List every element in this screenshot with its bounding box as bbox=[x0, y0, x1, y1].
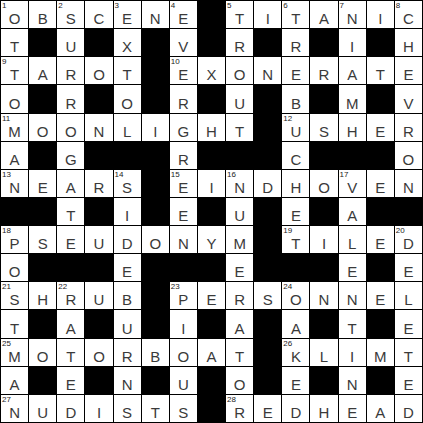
cell-letter: I bbox=[142, 123, 169, 140]
cell-letter: X bbox=[198, 66, 225, 83]
block-cell bbox=[310, 367, 337, 394]
clue-number: 23 bbox=[171, 282, 180, 291]
letter-cell[interactable]: 26K bbox=[282, 339, 309, 366]
block-cell bbox=[198, 367, 225, 394]
letter-cell[interactable]: I bbox=[254, 1, 281, 28]
cell-letter: N bbox=[1, 404, 28, 421]
letter-cell[interactable]: A bbox=[339, 57, 366, 84]
clue-number: 20 bbox=[396, 226, 405, 235]
letter-cell[interactable]: T bbox=[114, 57, 141, 84]
letter-cell[interactable]: O bbox=[1, 85, 28, 112]
block-cell bbox=[254, 310, 281, 337]
letter-cell[interactable]: I bbox=[170, 310, 197, 337]
letter-cell[interactable]: R bbox=[170, 85, 197, 112]
letter-cell[interactable]: 28R bbox=[226, 395, 253, 422]
block-cell bbox=[142, 85, 169, 112]
letter-cell[interactable]: O bbox=[310, 170, 337, 197]
cell-letter: E bbox=[367, 235, 394, 252]
letter-cell[interactable]: A bbox=[1, 367, 28, 394]
letter-cell[interactable]: G bbox=[57, 142, 84, 169]
letter-cell[interactable]: L bbox=[395, 282, 422, 309]
letter-cell[interactable]: I bbox=[339, 339, 366, 366]
letter-cell[interactable]: 11M bbox=[1, 114, 28, 141]
cell-letter: A bbox=[339, 66, 366, 83]
letter-cell[interactable]: 9T bbox=[1, 57, 28, 84]
letter-cell[interactable]: T bbox=[57, 198, 84, 225]
cell-letter: A bbox=[1, 151, 28, 168]
letter-cell[interactable]: A bbox=[57, 170, 84, 197]
cell-letter: U bbox=[57, 38, 84, 55]
letter-cell[interactable]: S bbox=[29, 226, 56, 253]
letter-cell[interactable]: N bbox=[254, 57, 281, 84]
letter-cell[interactable]: 19T bbox=[282, 226, 309, 253]
cell-letter: B bbox=[29, 10, 56, 27]
letter-cell[interactable]: R bbox=[57, 57, 84, 84]
letter-cell[interactable]: O bbox=[170, 339, 197, 366]
letter-cell[interactable]: X bbox=[198, 57, 225, 84]
clue-number: 11 bbox=[2, 114, 10, 123]
cell-letter: O bbox=[57, 123, 84, 140]
letter-cell[interactable]: Y bbox=[198, 226, 225, 253]
letter-cell[interactable]: T bbox=[142, 395, 169, 422]
cell-letter: H bbox=[339, 123, 366, 140]
cell-letter: G bbox=[57, 151, 84, 168]
letter-cell[interactable]: T bbox=[1, 29, 28, 56]
letter-cell[interactable]: E bbox=[367, 282, 394, 309]
cell-letter: R bbox=[57, 95, 84, 112]
letter-cell[interactable]: E bbox=[282, 57, 309, 84]
letter-cell[interactable]: 23P bbox=[170, 282, 197, 309]
letter-cell[interactable]: S bbox=[170, 395, 197, 422]
cell-letter: T bbox=[1, 38, 28, 55]
block-cell bbox=[142, 57, 169, 84]
letter-cell[interactable]: E bbox=[170, 198, 197, 225]
letter-cell[interactable]: H bbox=[339, 114, 366, 141]
cell-letter: A bbox=[310, 10, 337, 27]
letter-cell[interactable]: 2S bbox=[57, 1, 84, 28]
cell-letter: B bbox=[142, 348, 169, 365]
letter-cell[interactable]: N bbox=[310, 282, 337, 309]
clue-number: 16 bbox=[227, 170, 236, 179]
cell-letter: C bbox=[395, 10, 422, 27]
letter-cell[interactable]: T bbox=[367, 57, 394, 84]
letter-cell[interactable]: 15E bbox=[170, 170, 197, 197]
letter-cell[interactable]: E bbox=[367, 114, 394, 141]
cell-letter: A bbox=[367, 404, 394, 421]
letter-cell[interactable]: O bbox=[114, 85, 141, 112]
letter-cell[interactable]: A bbox=[226, 310, 253, 337]
letter-cell[interactable]: O bbox=[57, 114, 84, 141]
cell-letter: E bbox=[367, 291, 394, 308]
cell-letter: U bbox=[226, 207, 253, 224]
clue-number: 14 bbox=[115, 170, 124, 179]
cell-letter: A bbox=[282, 320, 309, 337]
block-cell bbox=[367, 85, 394, 112]
letter-cell[interactable]: R bbox=[226, 282, 253, 309]
block-cell bbox=[367, 310, 394, 337]
letter-cell[interactable]: N bbox=[339, 282, 366, 309]
block-cell bbox=[142, 367, 169, 394]
letter-cell[interactable]: H bbox=[198, 114, 225, 141]
letter-cell[interactable]: I bbox=[142, 114, 169, 141]
letter-cell[interactable]: E bbox=[395, 310, 422, 337]
cell-letter: A bbox=[198, 348, 225, 365]
letter-cell[interactable]: 16N bbox=[226, 170, 253, 197]
letter-cell[interactable]: A bbox=[367, 395, 394, 422]
letter-cell[interactable]: L bbox=[339, 226, 366, 253]
letter-cell[interactable]: E bbox=[114, 254, 141, 281]
letter-cell[interactable]: S bbox=[310, 114, 337, 141]
letter-cell[interactable]: D bbox=[57, 395, 84, 422]
block-cell bbox=[198, 395, 225, 422]
clue-number: 13 bbox=[2, 170, 11, 179]
letter-cell[interactable]: A bbox=[282, 310, 309, 337]
letter-cell[interactable]: O bbox=[226, 367, 253, 394]
letter-cell[interactable]: 8C bbox=[395, 1, 422, 28]
letter-cell[interactable]: B bbox=[282, 85, 309, 112]
block-cell bbox=[367, 198, 394, 225]
cell-letter: E bbox=[226, 263, 253, 280]
letter-cell[interactable]: 13N bbox=[1, 170, 28, 197]
block-cell bbox=[367, 254, 394, 281]
letter-cell[interactable]: E bbox=[367, 226, 394, 253]
letter-cell[interactable]: 4E bbox=[170, 1, 197, 28]
cell-letter: S bbox=[170, 404, 197, 421]
block-cell bbox=[142, 142, 169, 169]
letter-cell[interactable]: 20D bbox=[395, 226, 422, 253]
cell-letter: M bbox=[1, 348, 28, 365]
cell-letter: N bbox=[339, 291, 366, 308]
cell-letter: O bbox=[226, 376, 253, 393]
clue-number: 25 bbox=[2, 339, 11, 348]
cell-letter: U bbox=[226, 95, 253, 112]
letter-cell[interactable]: 6T bbox=[282, 1, 309, 28]
cell-letter: E bbox=[395, 320, 422, 337]
letter-cell[interactable]: U bbox=[114, 310, 141, 337]
letter-cell[interactable]: R bbox=[282, 29, 309, 56]
letter-cell[interactable]: E bbox=[226, 254, 253, 281]
letter-cell[interactable]: E bbox=[395, 57, 422, 84]
letter-cell[interactable]: T bbox=[226, 339, 253, 366]
letter-cell[interactable]: 12U bbox=[282, 114, 309, 141]
letter-cell[interactable]: R bbox=[114, 339, 141, 366]
clue-number: 6 bbox=[283, 1, 287, 10]
letter-cell[interactable]: R bbox=[395, 114, 422, 141]
cell-letter: B bbox=[282, 95, 309, 112]
letter-cell[interactable]: X bbox=[114, 29, 141, 56]
letter-cell[interactable]: U bbox=[85, 226, 112, 253]
cell-letter: N bbox=[339, 10, 366, 27]
block-cell bbox=[198, 142, 225, 169]
letter-cell[interactable]: T bbox=[395, 339, 422, 366]
letter-cell[interactable]: O bbox=[395, 142, 422, 169]
cell-letter: M bbox=[226, 235, 253, 252]
cell-letter: U bbox=[282, 123, 309, 140]
block-cell bbox=[29, 367, 56, 394]
letter-cell[interactable]: E bbox=[339, 254, 366, 281]
letter-cell[interactable]: E bbox=[198, 282, 225, 309]
cell-letter: U bbox=[29, 404, 56, 421]
clue-number: 4 bbox=[171, 1, 175, 10]
letter-cell[interactable]: C bbox=[85, 1, 112, 28]
letter-cell[interactable]: I bbox=[339, 29, 366, 56]
clue-number: 12 bbox=[283, 114, 292, 123]
block-cell bbox=[29, 29, 56, 56]
cell-letter: O bbox=[114, 95, 141, 112]
cell-letter: E bbox=[282, 66, 309, 83]
cell-letter: P bbox=[1, 235, 28, 252]
letter-cell[interactable]: 14S bbox=[114, 170, 141, 197]
letter-cell[interactable]: 24O bbox=[282, 282, 309, 309]
block-cell bbox=[29, 142, 56, 169]
block-cell bbox=[395, 198, 422, 225]
clue-number: 17 bbox=[340, 170, 349, 179]
cell-letter: V bbox=[170, 38, 197, 55]
block-cell bbox=[254, 339, 281, 366]
cell-letter: N bbox=[85, 123, 112, 140]
letter-cell[interactable]: E bbox=[339, 395, 366, 422]
cell-letter: R bbox=[57, 66, 84, 83]
letter-cell[interactable]: T bbox=[226, 114, 253, 141]
letter-cell[interactable]: 18P bbox=[1, 226, 28, 253]
block-cell bbox=[142, 198, 169, 225]
cell-letter: E bbox=[339, 404, 366, 421]
letter-cell[interactable]: E bbox=[395, 367, 422, 394]
letter-cell[interactable]: 7N bbox=[339, 1, 366, 28]
cell-letter: R bbox=[85, 179, 112, 196]
cell-letter: S bbox=[310, 123, 337, 140]
cell-letter: B bbox=[114, 291, 141, 308]
cell-letter: O bbox=[1, 95, 28, 112]
cell-letter: I bbox=[198, 179, 225, 196]
letter-cell[interactable]: D bbox=[254, 170, 281, 197]
letter-cell[interactable]: E bbox=[57, 367, 84, 394]
cell-letter: R bbox=[226, 291, 253, 308]
cell-letter: R bbox=[395, 123, 422, 140]
cell-letter: T bbox=[114, 66, 141, 83]
letter-cell[interactable]: H bbox=[282, 170, 309, 197]
letter-cell[interactable]: E bbox=[254, 395, 281, 422]
cell-letter: V bbox=[339, 179, 366, 196]
cell-letter: O bbox=[395, 151, 422, 168]
cell-letter: I bbox=[339, 38, 366, 55]
cell-letter: E bbox=[395, 376, 422, 393]
cell-letter: H bbox=[29, 291, 56, 308]
clue-number: 2 bbox=[58, 1, 62, 10]
cell-letter: E bbox=[367, 179, 394, 196]
letter-cell[interactable]: D bbox=[395, 395, 422, 422]
cell-letter: O bbox=[85, 66, 112, 83]
cell-letter: C bbox=[282, 151, 309, 168]
letter-cell[interactable]: 22R bbox=[57, 282, 84, 309]
letter-cell[interactable]: E bbox=[57, 226, 84, 253]
letter-cell[interactable]: R bbox=[57, 85, 84, 112]
letter-cell[interactable]: V bbox=[395, 85, 422, 112]
cell-letter: U bbox=[85, 235, 112, 252]
letter-cell[interactable]: S bbox=[114, 395, 141, 422]
letter-cell[interactable]: N bbox=[395, 170, 422, 197]
letter-cell[interactable]: A bbox=[339, 198, 366, 225]
letter-cell[interactable]: D bbox=[114, 226, 141, 253]
letter-cell[interactable]: N bbox=[85, 114, 112, 141]
cell-letter: X bbox=[114, 38, 141, 55]
letter-cell[interactable]: I bbox=[198, 170, 225, 197]
letter-cell[interactable]: R bbox=[170, 142, 197, 169]
letter-cell[interactable]: E bbox=[29, 170, 56, 197]
cell-letter: O bbox=[310, 179, 337, 196]
crossword-board: 1OB2SC3EN4E5TI6TA7NI8CTUXVRRIH9TAROT10EX… bbox=[0, 0, 423, 423]
letter-cell[interactable]: E bbox=[282, 367, 309, 394]
letter-cell[interactable]: A bbox=[57, 310, 84, 337]
letter-cell[interactable]: U bbox=[57, 29, 84, 56]
block-cell bbox=[198, 85, 225, 112]
cell-letter: T bbox=[339, 320, 366, 337]
letter-cell[interactable]: O bbox=[85, 339, 112, 366]
letter-cell[interactable]: L bbox=[310, 339, 337, 366]
block-cell bbox=[85, 142, 112, 169]
cell-letter: D bbox=[114, 235, 141, 252]
letter-cell[interactable]: 1O bbox=[1, 1, 28, 28]
letter-cell[interactable]: T bbox=[57, 339, 84, 366]
letter-cell[interactable]: 27N bbox=[1, 395, 28, 422]
letter-cell[interactable]: M bbox=[339, 85, 366, 112]
clue-number: 15 bbox=[171, 170, 180, 179]
block-cell bbox=[254, 114, 281, 141]
letter-cell[interactable]: 25M bbox=[1, 339, 28, 366]
block-cell bbox=[198, 29, 225, 56]
letter-cell[interactable]: M bbox=[226, 226, 253, 253]
cell-letter: I bbox=[310, 235, 337, 252]
letter-cell[interactable]: L bbox=[114, 114, 141, 141]
letter-cell[interactable]: 21S bbox=[1, 282, 28, 309]
cell-letter: O bbox=[29, 348, 56, 365]
letter-cell[interactable]: U bbox=[226, 198, 253, 225]
block-cell bbox=[85, 29, 112, 56]
cell-letter: S bbox=[57, 10, 84, 27]
cell-letter: U bbox=[85, 291, 112, 308]
block-cell bbox=[142, 282, 169, 309]
letter-cell[interactable]: N bbox=[339, 367, 366, 394]
letter-cell[interactable]: R bbox=[226, 29, 253, 56]
clue-number: 28 bbox=[227, 395, 236, 404]
letter-cell[interactable]: I bbox=[85, 395, 112, 422]
letter-cell[interactable]: A bbox=[310, 1, 337, 28]
letter-cell[interactable]: 10E bbox=[170, 57, 197, 84]
clue-number: 10 bbox=[171, 57, 180, 66]
letter-cell[interactable]: I bbox=[114, 198, 141, 225]
letter-cell[interactable]: O bbox=[1, 254, 28, 281]
letter-cell[interactable]: B bbox=[114, 282, 141, 309]
cell-letter: I bbox=[339, 348, 366, 365]
block-cell bbox=[170, 254, 197, 281]
cell-letter: A bbox=[1, 376, 28, 393]
cell-letter: G bbox=[170, 123, 197, 140]
letter-cell[interactable]: U bbox=[226, 85, 253, 112]
letter-cell[interactable]: C bbox=[282, 142, 309, 169]
cell-letter: T bbox=[395, 348, 422, 365]
letter-cell[interactable]: I bbox=[367, 1, 394, 28]
letter-cell[interactable]: O bbox=[226, 57, 253, 84]
letter-cell[interactable]: I bbox=[310, 226, 337, 253]
cell-letter: O bbox=[170, 348, 197, 365]
letter-cell[interactable]: T bbox=[339, 310, 366, 337]
letter-cell[interactable]: N bbox=[170, 226, 197, 253]
letter-cell[interactable]: 17V bbox=[339, 170, 366, 197]
cell-letter: T bbox=[226, 123, 253, 140]
cell-letter: E bbox=[29, 179, 56, 196]
cell-letter: L bbox=[339, 235, 366, 252]
letter-cell[interactable]: N bbox=[114, 367, 141, 394]
cell-letter: A bbox=[226, 320, 253, 337]
letter-cell[interactable]: G bbox=[170, 114, 197, 141]
letter-cell[interactable]: U bbox=[85, 282, 112, 309]
block-cell bbox=[29, 198, 56, 225]
letter-cell[interactable]: 3E bbox=[114, 1, 141, 28]
letter-cell[interactable]: E bbox=[395, 254, 422, 281]
letter-cell[interactable]: S bbox=[254, 282, 281, 309]
cell-letter: Y bbox=[198, 235, 225, 252]
letter-cell[interactable]: A bbox=[198, 339, 225, 366]
letter-cell[interactable]: A bbox=[1, 142, 28, 169]
letter-cell[interactable]: O bbox=[29, 339, 56, 366]
letter-cell[interactable]: H bbox=[310, 395, 337, 422]
cell-letter: R bbox=[226, 38, 253, 55]
letter-cell[interactable]: V bbox=[170, 29, 197, 56]
letter-cell[interactable]: N bbox=[142, 1, 169, 28]
letter-cell[interactable]: O bbox=[85, 57, 112, 84]
letter-cell[interactable]: O bbox=[142, 226, 169, 253]
cell-letter: D bbox=[254, 179, 281, 196]
block-cell bbox=[142, 310, 169, 337]
cell-letter: O bbox=[1, 263, 28, 280]
cell-letter: R bbox=[57, 291, 84, 308]
cell-letter: T bbox=[367, 66, 394, 83]
letter-cell[interactable]: H bbox=[395, 29, 422, 56]
letter-cell[interactable]: 5T bbox=[226, 1, 253, 28]
letter-cell[interactable]: T bbox=[1, 310, 28, 337]
cell-letter: E bbox=[170, 179, 197, 196]
letter-cell[interactable]: B bbox=[142, 339, 169, 366]
letter-cell[interactable]: O bbox=[29, 114, 56, 141]
cell-letter: I bbox=[170, 320, 197, 337]
cell-letter: A bbox=[339, 207, 366, 224]
cell-letter: R bbox=[282, 38, 309, 55]
cell-letter: E bbox=[198, 291, 225, 308]
letter-cell[interactable]: E bbox=[367, 170, 394, 197]
letter-cell[interactable]: U bbox=[170, 367, 197, 394]
cell-letter: E bbox=[114, 263, 141, 280]
cell-letter: T bbox=[226, 348, 253, 365]
letter-cell[interactable]: H bbox=[29, 282, 56, 309]
letter-cell[interactable]: A bbox=[29, 57, 56, 84]
cell-letter: I bbox=[85, 404, 112, 421]
letter-cell[interactable]: M bbox=[367, 339, 394, 366]
letter-cell[interactable]: R bbox=[310, 57, 337, 84]
letter-cell[interactable]: R bbox=[85, 170, 112, 197]
block-cell bbox=[198, 310, 225, 337]
cell-letter: E bbox=[282, 376, 309, 393]
cell-letter: E bbox=[170, 207, 197, 224]
block-cell bbox=[198, 198, 225, 225]
letter-cell[interactable]: B bbox=[29, 1, 56, 28]
block-cell bbox=[254, 85, 281, 112]
letter-cell[interactable]: E bbox=[282, 198, 309, 225]
clue-number: 26 bbox=[283, 339, 292, 348]
letter-cell[interactable]: D bbox=[282, 395, 309, 422]
cell-letter: L bbox=[114, 123, 141, 140]
block-cell bbox=[85, 310, 112, 337]
letter-cell[interactable]: U bbox=[29, 395, 56, 422]
